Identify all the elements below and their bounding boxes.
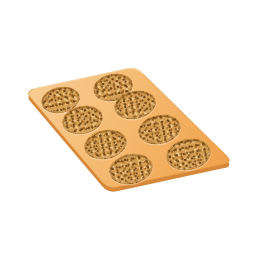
product-photo bbox=[0, 0, 259, 259]
mold-illustration bbox=[0, 0, 259, 259]
mold-top-surface bbox=[28, 68, 229, 187]
